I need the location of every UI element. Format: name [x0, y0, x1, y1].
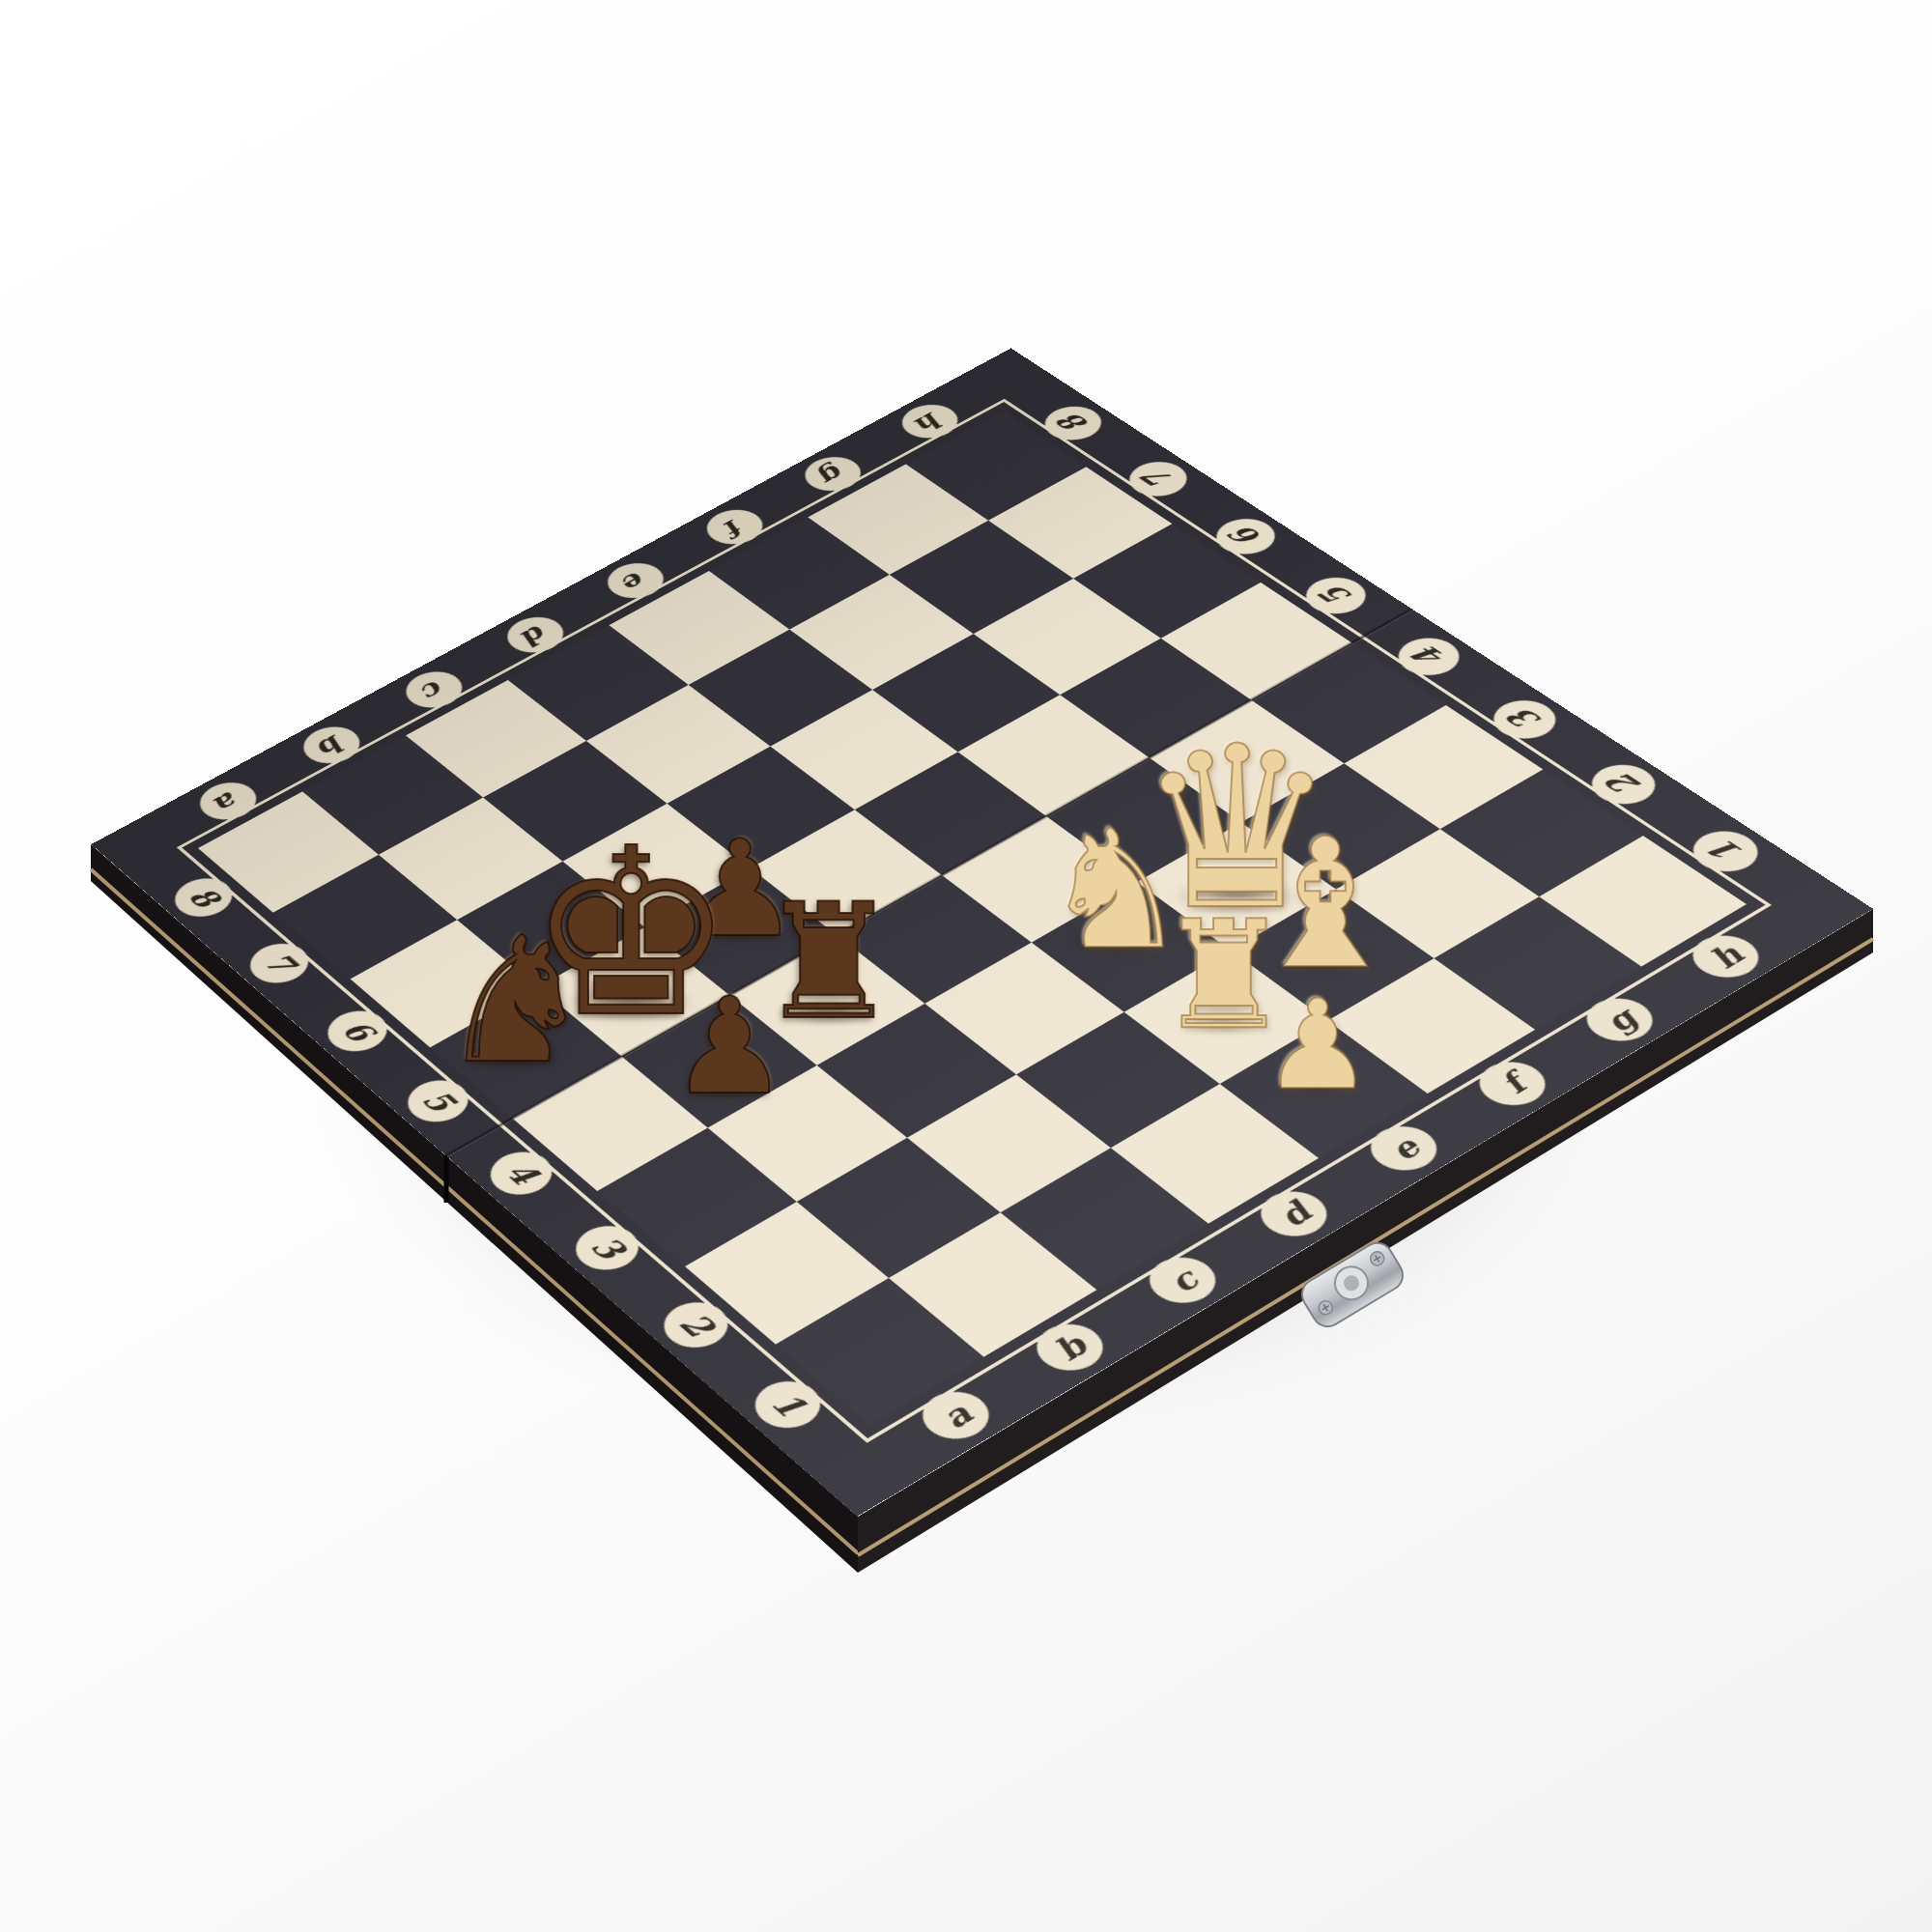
label-text: 7: [1135, 466, 1181, 493]
rank-label-left-8: 8: [164, 870, 243, 924]
label-text: 1: [761, 1386, 814, 1423]
label-text: 6: [1222, 523, 1269, 551]
label-text: c: [413, 676, 454, 704]
label-text: 4: [497, 1156, 547, 1190]
label-text: 5: [1312, 582, 1360, 611]
label-text: 3: [582, 1231, 633, 1264]
label-text: f: [1491, 1068, 1535, 1098]
light-pawn-e1: ♟: [1263, 983, 1374, 1107]
label-text: f: [717, 515, 753, 539]
label-text: d: [514, 620, 556, 649]
label-text: 8: [1050, 410, 1095, 437]
label-text: d: [1267, 1196, 1320, 1233]
dark-knight-a5: ♞: [438, 914, 593, 1088]
label-text: 6: [333, 1015, 382, 1047]
label-text: e: [615, 567, 657, 594]
label-text: 8: [180, 883, 227, 913]
label-text: h: [1699, 939, 1752, 974]
label-text: 2: [1598, 769, 1648, 800]
rank-label-left-6: 6: [316, 1003, 399, 1060]
label-text: h: [908, 408, 952, 435]
label-text: 7: [255, 948, 302, 979]
label-text: 3: [1500, 704, 1549, 734]
label-text: e: [1378, 1131, 1429, 1166]
label-text: c: [1158, 1263, 1207, 1298]
label-text: a: [208, 786, 249, 815]
label-text: 2: [669, 1307, 722, 1342]
file-label-bottom-g: g: [1574, 990, 1666, 1050]
label-text: g: [811, 460, 855, 487]
label-text: 1: [1700, 836, 1751, 867]
rank-label-left-7: 7: [239, 936, 320, 991]
photo-canvas: aa11bb22cc33dd44ee55ff66gg77hh88 ♛♟♞♝♚♜♜…: [0, 0, 1932, 1932]
dark-pawn-b4: ♟: [669, 980, 789, 1114]
file-label-bottom-h: h: [1679, 927, 1772, 986]
label-text: 4: [1405, 642, 1454, 671]
label-text: b: [310, 730, 353, 760]
label-text: a: [930, 1397, 980, 1435]
label-text: b: [1044, 1328, 1096, 1366]
label-text: g: [1593, 1003, 1645, 1037]
